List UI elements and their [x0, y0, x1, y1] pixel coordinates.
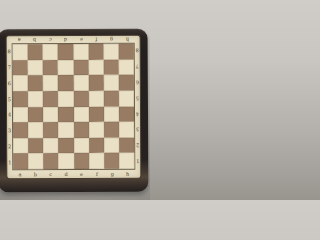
square-b1[interactable] [28, 154, 43, 170]
square-e7[interactable] [73, 60, 88, 76]
square-f4[interactable] [89, 106, 104, 122]
square-c1[interactable] [43, 153, 58, 169]
square-a2[interactable] [13, 138, 28, 154]
rank-right-label-6: 6 [135, 74, 140, 90]
square-g2[interactable] [104, 138, 119, 154]
square-b8[interactable] [28, 44, 43, 60]
file-top-label-h: h [119, 36, 134, 43]
square-c6[interactable] [43, 75, 58, 91]
square-e3[interactable] [74, 122, 89, 138]
square-b6[interactable] [28, 75, 43, 91]
square-d3[interactable] [58, 122, 73, 138]
square-h3[interactable] [119, 122, 134, 138]
square-b4[interactable] [28, 107, 43, 123]
square-d6[interactable] [58, 75, 73, 91]
board-surface: abcdefgh 87654321 87654321 abcdefgh [6, 35, 142, 180]
square-g1[interactable] [104, 153, 119, 169]
square-a1[interactable] [13, 154, 28, 170]
square-d4[interactable] [58, 106, 73, 122]
square-f3[interactable] [89, 122, 104, 138]
square-b5[interactable] [28, 91, 43, 107]
square-e4[interactable] [73, 106, 88, 122]
chess-board-frame: abcdefgh 87654321 87654321 abcdefgh [0, 29, 148, 193]
file-top-label-c: c [42, 36, 57, 43]
file-labels-top: abcdefgh [12, 36, 135, 44]
square-c3[interactable] [43, 122, 58, 138]
rank-right-label-4: 4 [135, 106, 140, 122]
square-b7[interactable] [28, 60, 43, 76]
square-a7[interactable] [13, 60, 28, 76]
square-d1[interactable] [59, 153, 74, 169]
square-g8[interactable] [103, 44, 118, 60]
square-f2[interactable] [89, 138, 104, 154]
square-e5[interactable] [73, 91, 88, 107]
square-h5[interactable] [119, 91, 134, 107]
square-e6[interactable] [73, 75, 88, 91]
square-c7[interactable] [43, 60, 58, 76]
square-e8[interactable] [73, 44, 88, 60]
square-d7[interactable] [58, 60, 73, 76]
square-g6[interactable] [104, 75, 119, 91]
square-g7[interactable] [103, 59, 118, 75]
square-c2[interactable] [43, 138, 58, 154]
file-bottom-label-h: h [120, 170, 135, 177]
square-e2[interactable] [74, 138, 89, 154]
rank-right-label-3: 3 [135, 122, 140, 138]
square-f8[interactable] [88, 44, 103, 60]
square-a3[interactable] [13, 122, 28, 138]
board-grid [12, 43, 136, 171]
file-bottom-label-c: c [43, 171, 58, 178]
square-h4[interactable] [119, 106, 134, 122]
square-d2[interactable] [59, 138, 74, 154]
square-a4[interactable] [13, 107, 28, 123]
square-a5[interactable] [13, 91, 28, 107]
file-bottom-label-g: g [105, 170, 120, 177]
square-d8[interactable] [58, 44, 73, 60]
square-e1[interactable] [74, 153, 89, 169]
square-c5[interactable] [43, 91, 58, 107]
square-a8[interactable] [13, 44, 28, 60]
square-f6[interactable] [88, 75, 103, 91]
square-h7[interactable] [119, 59, 134, 75]
square-g5[interactable] [104, 91, 119, 107]
file-top-label-b: b [27, 36, 42, 43]
file-labels-bottom: abcdefgh [12, 170, 135, 179]
rank-right-label-7: 7 [135, 59, 140, 75]
rank-labels-right: 87654321 [135, 43, 141, 170]
file-bottom-label-f: f [89, 170, 104, 177]
file-top-label-e: e [73, 36, 88, 43]
file-top-label-d: d [58, 36, 73, 43]
square-g3[interactable] [104, 122, 119, 138]
file-bottom-label-d: d [58, 170, 73, 177]
square-b3[interactable] [28, 122, 43, 138]
square-d5[interactable] [58, 91, 73, 107]
square-f1[interactable] [89, 153, 104, 169]
square-h8[interactable] [119, 44, 134, 60]
square-a6[interactable] [13, 75, 28, 91]
file-bottom-label-e: e [74, 170, 89, 177]
file-bottom-label-a: a [12, 171, 27, 178]
square-h1[interactable] [119, 153, 134, 169]
file-top-label-g: g [104, 36, 119, 43]
square-f5[interactable] [89, 91, 104, 107]
file-top-label-a: a [12, 36, 27, 43]
rank-right-label-1: 1 [135, 154, 140, 170]
square-g4[interactable] [104, 106, 119, 122]
photo-background: abcdefgh 87654321 87654321 abcdefgh [0, 0, 150, 200]
file-bottom-label-b: b [28, 171, 43, 178]
file-top-label-f: f [88, 36, 103, 43]
square-c4[interactable] [43, 107, 58, 123]
rank-right-label-2: 2 [135, 138, 140, 154]
square-f7[interactable] [88, 59, 103, 75]
square-h6[interactable] [119, 75, 134, 91]
rank-right-label-5: 5 [135, 90, 140, 106]
rank-right-label-8: 8 [135, 43, 140, 59]
square-c8[interactable] [43, 44, 58, 60]
square-h2[interactable] [119, 137, 134, 153]
square-b2[interactable] [28, 138, 43, 154]
